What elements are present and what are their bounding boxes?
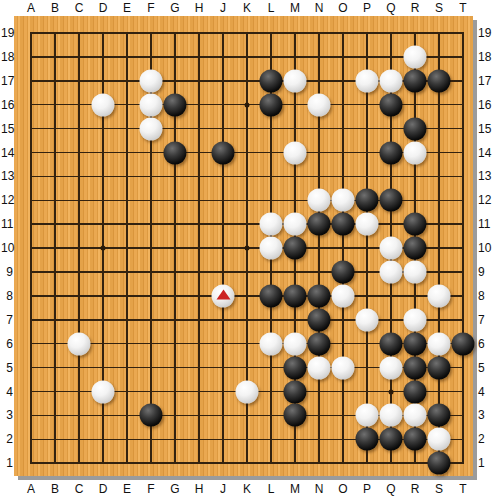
coord-label-left-5: 5 [1,361,13,375]
star-point [101,246,106,251]
stone-D16[interactable] [92,93,115,116]
stone-P17[interactable] [356,69,379,92]
stone-Q2[interactable] [380,428,403,451]
stone-S6[interactable] [428,332,451,355]
stone-M8[interactable] [284,284,307,307]
coord-label-left-8: 8 [1,289,13,303]
stone-R11[interactable] [404,213,427,236]
coord-label-top-G: G [166,1,184,15]
stone-R7[interactable] [404,308,427,331]
stone-R15[interactable] [404,117,427,140]
coord-label-right-11: 11 [478,217,498,231]
go-board[interactable] [14,16,473,476]
coord-label-top-Q: Q [382,1,400,15]
coord-label-bottom-B: B [46,482,64,496]
stone-O8[interactable] [332,284,355,307]
coord-label-top-R: R [406,1,424,15]
stone-L11[interactable] [260,213,283,236]
coord-label-left-9: 9 [1,265,13,279]
coord-label-top-J: J [214,1,232,15]
coord-label-right-8: 8 [478,289,498,303]
stone-S17[interactable] [428,69,451,92]
stone-L8[interactable] [260,284,283,307]
grid-line-horizontal [30,319,464,321]
coord-label-right-16: 16 [478,98,498,112]
coord-label-top-M: M [286,1,304,15]
coord-label-right-19: 19 [478,26,498,40]
stone-K4[interactable] [236,380,259,403]
stone-P7[interactable] [356,308,379,331]
coord-label-right-18: 18 [478,50,498,64]
coord-label-bottom-J: J [214,482,232,496]
coord-label-top-O: O [334,1,352,15]
stone-R17[interactable] [404,69,427,92]
star-point [389,389,394,394]
coord-label-right-17: 17 [478,74,498,88]
coord-label-left-3: 3 [1,408,13,422]
stone-N5[interactable] [308,356,331,379]
stone-Q10[interactable] [380,237,403,260]
coord-label-right-4: 4 [478,385,498,399]
stone-L10[interactable] [260,237,283,260]
coord-label-top-T: T [454,1,472,15]
stone-R3[interactable] [404,404,427,427]
stone-D4[interactable] [92,380,115,403]
stone-R6[interactable] [404,332,427,355]
stone-M14[interactable] [284,141,307,164]
stone-J8[interactable] [212,284,235,307]
stone-O9[interactable] [332,261,355,284]
stone-N11[interactable] [308,213,331,236]
coord-label-bottom-Q: Q [382,482,400,496]
coord-label-top-B: B [46,1,64,15]
coord-label-bottom-H: H [190,482,208,496]
coord-label-right-10: 10 [478,241,498,255]
stone-S1[interactable] [428,452,451,475]
coord-label-bottom-N: N [310,482,328,496]
stone-L16[interactable] [260,93,283,116]
coord-label-top-C: C [70,1,88,15]
coord-label-bottom-C: C [70,482,88,496]
coord-label-bottom-S: S [430,482,448,496]
coord-label-left-16: 16 [1,98,13,112]
coord-label-bottom-G: G [166,482,184,496]
coord-label-top-N: N [310,1,328,15]
stone-L6[interactable] [260,332,283,355]
coord-label-bottom-A: A [22,482,40,496]
coord-label-bottom-F: F [142,482,160,496]
coord-label-right-15: 15 [478,122,498,136]
stone-S2[interactable] [428,428,451,451]
coord-label-top-F: F [142,1,160,15]
coord-label-top-E: E [118,1,136,15]
coord-label-right-2: 2 [478,432,498,446]
coord-label-bottom-O: O [334,482,352,496]
stone-L17[interactable] [260,69,283,92]
coord-label-left-15: 15 [1,122,13,136]
stone-F16[interactable] [140,93,163,116]
coord-label-right-13: 13 [478,169,498,183]
stone-R18[interactable] [404,45,427,68]
coord-label-right-7: 7 [478,313,498,327]
stone-T6[interactable] [452,332,475,355]
coord-label-bottom-T: T [454,482,472,496]
stone-Q16[interactable] [380,93,403,116]
stone-F3[interactable] [140,404,163,427]
stone-N7[interactable] [308,308,331,331]
stone-F17[interactable] [140,69,163,92]
stone-Q17[interactable] [380,69,403,92]
stone-Q6[interactable] [380,332,403,355]
coord-label-left-7: 7 [1,313,13,327]
star-point [245,102,250,107]
stone-C6[interactable] [68,332,91,355]
coord-label-left-4: 4 [1,385,13,399]
coord-label-right-5: 5 [478,361,498,375]
coord-label-bottom-K: K [238,482,256,496]
coord-label-top-P: P [358,1,376,15]
coord-label-right-1: 1 [478,456,498,470]
coord-label-top-S: S [430,1,448,15]
grid-line-horizontal [30,462,464,464]
grid-line-horizontal [30,295,464,297]
stone-F15[interactable] [140,117,163,140]
coord-label-bottom-L: L [262,482,280,496]
stone-Q3[interactable] [380,404,403,427]
coord-label-top-K: K [238,1,256,15]
stone-S3[interactable] [428,404,451,427]
coord-label-left-11: 11 [1,217,13,231]
coord-label-top-L: L [262,1,280,15]
stone-M5[interactable] [284,356,307,379]
coord-label-left-13: 13 [1,169,13,183]
last-move-triangle-icon [216,289,230,299]
stone-R2[interactable] [404,428,427,451]
coord-label-top-H: H [190,1,208,15]
grid-line-vertical [438,32,440,464]
star-point [245,246,250,251]
stone-R9[interactable] [404,261,427,284]
coord-label-right-3: 3 [478,408,498,422]
coord-label-top-D: D [94,1,112,15]
coord-label-left-14: 14 [1,146,13,160]
coord-label-right-14: 14 [478,146,498,160]
stone-S5[interactable] [428,356,451,379]
coord-label-left-2: 2 [1,432,13,446]
stone-M6[interactable] [284,332,307,355]
coord-label-right-6: 6 [478,337,498,351]
coord-label-left-1: 1 [1,456,13,470]
grid-line-vertical [366,32,368,464]
stone-P2[interactable] [356,428,379,451]
stone-S8[interactable] [428,284,451,307]
coord-label-bottom-E: E [118,482,136,496]
stone-O11[interactable] [332,213,355,236]
stone-G16[interactable] [164,93,187,116]
coord-label-bottom-M: M [286,482,304,496]
stone-P3[interactable] [356,404,379,427]
stone-G14[interactable] [164,141,187,164]
stone-R10[interactable] [404,237,427,260]
coord-label-top-A: A [22,1,40,15]
coord-label-left-17: 17 [1,74,13,88]
stone-P11[interactable] [356,213,379,236]
stone-Q14[interactable] [380,141,403,164]
stone-Q9[interactable] [380,261,403,284]
stone-O12[interactable] [332,189,355,212]
stone-Q12[interactable] [380,189,403,212]
stone-M10[interactable] [284,237,307,260]
coord-label-bottom-P: P [358,482,376,496]
coord-label-left-19: 19 [1,26,13,40]
stone-M11[interactable] [284,213,307,236]
grid-line-vertical [342,32,344,464]
stone-Q5[interactable] [380,356,403,379]
stone-M17[interactable] [284,69,307,92]
stone-M4[interactable] [284,380,307,403]
stone-P12[interactable] [356,189,379,212]
coord-label-left-18: 18 [1,50,13,64]
stone-N6[interactable] [308,332,331,355]
stone-R14[interactable] [404,141,427,164]
coord-label-bottom-R: R [406,482,424,496]
coord-label-right-9: 9 [478,265,498,279]
grid-line-vertical [462,32,464,464]
stone-M3[interactable] [284,404,307,427]
coord-label-bottom-D: D [94,482,112,496]
stone-R5[interactable] [404,356,427,379]
stone-N8[interactable] [308,284,331,307]
coord-label-right-12: 12 [478,193,498,207]
stone-N12[interactable] [308,189,331,212]
stone-J14[interactable] [212,141,235,164]
coord-label-left-6: 6 [1,337,13,351]
coord-label-left-10: 10 [1,241,13,255]
stone-O5[interactable] [332,356,355,379]
go-app-window: AABBCCDDEEFFGGHHJJKKLLMMNNOOPPQQRRSSTT19… [0,0,500,500]
stone-N16[interactable] [308,93,331,116]
coord-label-left-12: 12 [1,193,13,207]
stone-R4[interactable] [404,380,427,403]
